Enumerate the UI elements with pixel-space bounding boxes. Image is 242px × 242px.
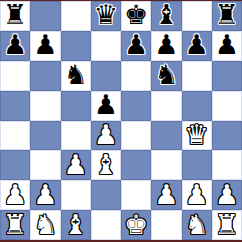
square-e1[interactable]: ♚ xyxy=(121,210,151,240)
square-a3[interactable] xyxy=(0,150,30,180)
square-d6[interactable] xyxy=(91,61,121,91)
square-f6[interactable]: ♞ xyxy=(151,61,181,91)
square-e6[interactable] xyxy=(121,61,151,91)
square-f3[interactable] xyxy=(151,150,181,180)
square-b1[interactable]: ♞ xyxy=(30,210,60,240)
square-f8[interactable]: ♝ xyxy=(151,1,181,31)
square-a8[interactable]: ♜ xyxy=(0,1,30,31)
square-b7[interactable]: ♟ xyxy=(30,31,60,61)
square-c5[interactable] xyxy=(61,91,91,121)
square-a2[interactable]: ♟ xyxy=(0,180,30,210)
square-d5[interactable]: ♟ xyxy=(91,91,121,121)
square-d2[interactable] xyxy=(91,180,121,210)
square-h8[interactable]: ♜ xyxy=(212,1,242,31)
piece-white-bishop-c1[interactable]: ♝ xyxy=(64,210,88,238)
square-c2[interactable] xyxy=(61,180,91,210)
piece-white-pawn-b2[interactable]: ♟ xyxy=(33,180,57,208)
square-f7[interactable]: ♟ xyxy=(151,31,181,61)
piece-white-pawn-h2[interactable]: ♟ xyxy=(215,180,239,208)
piece-black-rook-a8[interactable]: ♜ xyxy=(3,1,27,29)
square-f2[interactable]: ♟ xyxy=(151,180,181,210)
square-b4[interactable] xyxy=(30,121,60,151)
square-b6[interactable] xyxy=(30,61,60,91)
square-h7[interactable]: ♟ xyxy=(212,31,242,61)
square-c6[interactable]: ♞ xyxy=(61,61,91,91)
square-c1[interactable]: ♝ xyxy=(61,210,91,240)
square-g3[interactable] xyxy=(182,150,212,180)
piece-black-pawn-g7[interactable]: ♟ xyxy=(185,31,209,59)
piece-black-bishop-f8[interactable]: ♝ xyxy=(154,1,178,29)
square-e8[interactable]: ♚ xyxy=(121,1,151,31)
square-b8[interactable] xyxy=(30,1,60,31)
piece-black-pawn-f7[interactable]: ♟ xyxy=(154,31,178,59)
piece-white-knight-b1[interactable]: ♞ xyxy=(33,210,57,238)
piece-white-pawn-c3[interactable]: ♟ xyxy=(64,150,88,178)
square-e3[interactable] xyxy=(121,150,151,180)
piece-black-pawn-e7[interactable]: ♟ xyxy=(124,31,148,59)
square-h3[interactable] xyxy=(212,150,242,180)
square-d8[interactable]: ♛ xyxy=(91,1,121,31)
piece-black-knight-f6[interactable]: ♞ xyxy=(154,61,178,89)
square-h6[interactable] xyxy=(212,61,242,91)
square-c7[interactable] xyxy=(61,31,91,61)
square-g5[interactable] xyxy=(182,91,212,121)
piece-white-rook-a1[interactable]: ♜ xyxy=(3,210,27,238)
piece-black-rook-h8[interactable]: ♜ xyxy=(215,1,239,29)
square-f4[interactable] xyxy=(151,121,181,151)
square-f5[interactable] xyxy=(151,91,181,121)
chess-board: ♜♛♚♝♜♟♟♟♟♟♟♞♞♟♟♛♟♝♟♟♟♟♟♜♞♝♚♞♜ xyxy=(0,0,242,242)
square-a4[interactable] xyxy=(0,121,30,151)
piece-white-pawn-g2[interactable]: ♟ xyxy=(185,180,209,208)
piece-white-pawn-f2[interactable]: ♟ xyxy=(154,180,178,208)
square-h2[interactable]: ♟ xyxy=(212,180,242,210)
square-a5[interactable] xyxy=(0,91,30,121)
piece-white-king-e1[interactable]: ♚ xyxy=(124,210,148,238)
square-e2[interactable] xyxy=(121,180,151,210)
piece-black-pawn-d5[interactable]: ♟ xyxy=(94,91,118,119)
square-e5[interactable] xyxy=(121,91,151,121)
square-b3[interactable] xyxy=(30,150,60,180)
square-h1[interactable]: ♜ xyxy=(212,210,242,240)
piece-white-bishop-d3[interactable]: ♝ xyxy=(94,150,118,178)
square-d1[interactable] xyxy=(91,210,121,240)
piece-white-knight-g1[interactable]: ♞ xyxy=(185,210,209,238)
square-c4[interactable] xyxy=(61,121,91,151)
square-g2[interactable]: ♟ xyxy=(182,180,212,210)
square-b5[interactable] xyxy=(30,91,60,121)
square-c8[interactable] xyxy=(61,1,91,31)
square-g4[interactable]: ♛ xyxy=(182,121,212,151)
square-h4[interactable] xyxy=(212,121,242,151)
piece-white-rook-h1[interactable]: ♜ xyxy=(215,210,239,238)
square-g6[interactable] xyxy=(182,61,212,91)
square-e7[interactable]: ♟ xyxy=(121,31,151,61)
square-d3[interactable]: ♝ xyxy=(91,150,121,180)
piece-black-pawn-b7[interactable]: ♟ xyxy=(33,31,57,59)
square-b2[interactable]: ♟ xyxy=(30,180,60,210)
square-d4[interactable]: ♟ xyxy=(91,121,121,151)
square-g7[interactable]: ♟ xyxy=(182,31,212,61)
square-a7[interactable]: ♟ xyxy=(0,31,30,61)
square-a1[interactable]: ♜ xyxy=(0,210,30,240)
square-f1[interactable] xyxy=(151,210,181,240)
square-g8[interactable] xyxy=(182,1,212,31)
square-c3[interactable]: ♟ xyxy=(61,150,91,180)
piece-white-pawn-a2[interactable]: ♟ xyxy=(3,180,27,208)
square-g1[interactable]: ♞ xyxy=(182,210,212,240)
square-h5[interactable] xyxy=(212,91,242,121)
piece-black-king-e8[interactable]: ♚ xyxy=(124,1,148,29)
square-e4[interactable] xyxy=(121,121,151,151)
piece-black-pawn-a7[interactable]: ♟ xyxy=(3,31,27,59)
piece-black-queen-d8[interactable]: ♛ xyxy=(94,1,118,29)
piece-white-queen-g4[interactable]: ♛ xyxy=(185,121,209,149)
square-d7[interactable] xyxy=(91,31,121,61)
piece-black-pawn-h7[interactable]: ♟ xyxy=(215,31,239,59)
square-a6[interactable] xyxy=(0,61,30,91)
piece-white-pawn-d4[interactable]: ♟ xyxy=(94,121,118,149)
piece-black-knight-c6[interactable]: ♞ xyxy=(64,61,88,89)
